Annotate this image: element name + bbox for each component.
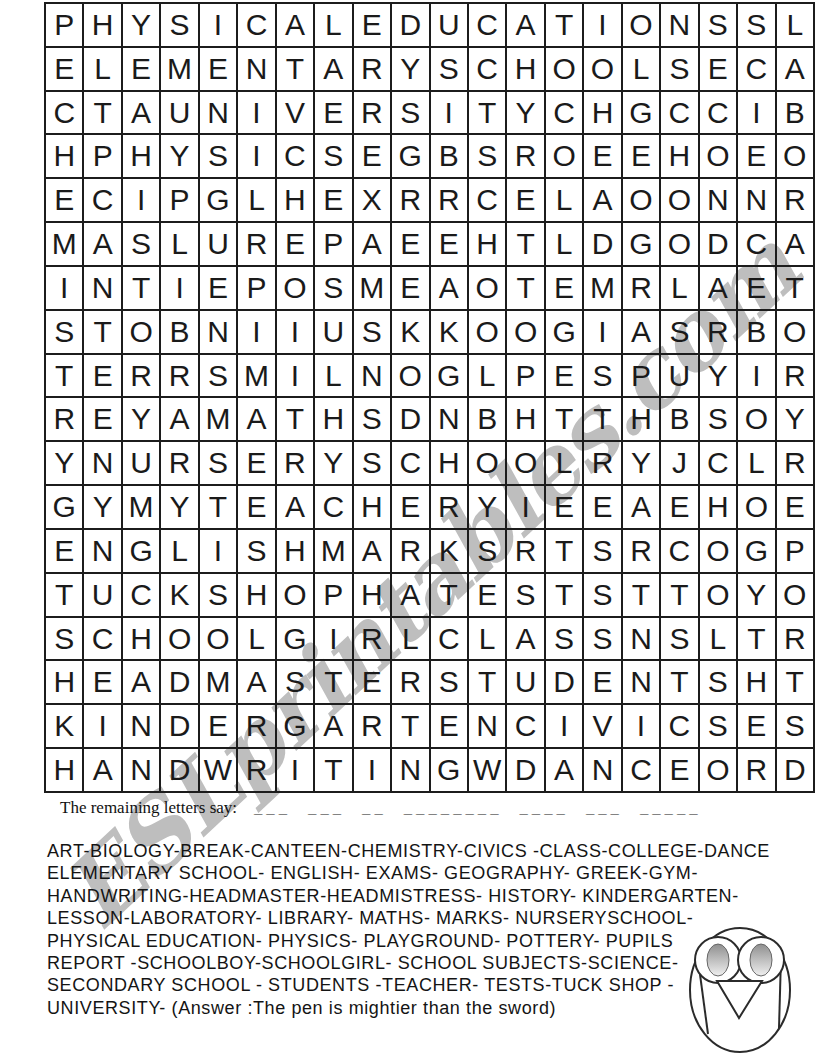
grid-cell: H: [622, 397, 660, 441]
grid-cell: T: [45, 354, 83, 398]
grid-cell: C: [430, 617, 468, 661]
grid-cell: L: [468, 354, 506, 398]
grid-cell: S: [276, 660, 314, 704]
word-list-line: LESSON-LABORATORY- LIBRARY- MATHS- MARKS…: [47, 907, 787, 929]
grid-cell: O: [737, 485, 775, 529]
grid-cell: T: [45, 573, 83, 617]
grid-cell: R: [160, 441, 198, 485]
grid-cell: S: [660, 310, 698, 354]
grid-cell: O: [776, 134, 814, 178]
grid-cell: S: [660, 617, 698, 661]
grid-cell: P: [314, 573, 352, 617]
grid-cell: K: [430, 310, 468, 354]
grid-cell: A: [506, 3, 544, 47]
grid-cell: T: [506, 222, 544, 266]
grid-cell: L: [160, 529, 198, 573]
grid-cell: G: [45, 485, 83, 529]
grid-cell: O: [391, 354, 429, 398]
grid-cell: T: [545, 573, 583, 617]
remaining-letters-line: The remaining letters say:______________…: [60, 798, 702, 818]
grid-cell: A: [353, 222, 391, 266]
grid-cell: I: [737, 354, 775, 398]
grid-cell: L: [622, 47, 660, 91]
grid-cell: J: [660, 441, 698, 485]
grid-cell: A: [776, 222, 814, 266]
grid-cell: N: [237, 47, 275, 91]
grid-cell: I: [276, 310, 314, 354]
grid-cell: S: [199, 441, 237, 485]
grid-cell: O: [699, 529, 737, 573]
grid-cell: I: [545, 704, 583, 748]
grid-cell: R: [430, 178, 468, 222]
owl-right-pupil: [750, 944, 772, 976]
grid-cell: O: [468, 266, 506, 310]
grid-cell: T: [276, 397, 314, 441]
grid-cell: T: [468, 91, 506, 135]
grid-cell: E: [199, 266, 237, 310]
grid-cell: B: [737, 310, 775, 354]
grid-cell: S: [199, 573, 237, 617]
grid-cell: L: [237, 617, 275, 661]
grid-cell: E: [430, 222, 468, 266]
grid-cell: T: [583, 397, 621, 441]
grid-cell: S: [353, 397, 391, 441]
grid-cell: R: [622, 266, 660, 310]
grid-cell: Y: [737, 573, 775, 617]
grid-cell: S: [353, 441, 391, 485]
grid-cell: E: [545, 266, 583, 310]
grid-cell: E: [83, 660, 121, 704]
grid-cell: E: [699, 47, 737, 91]
word-list-line: HANDWRITING-HEADMASTER-HEADMISTRESS- HIS…: [47, 885, 787, 907]
grid-cell: C: [314, 485, 352, 529]
grid-cell: R: [45, 397, 83, 441]
grid-cell: E: [353, 134, 391, 178]
grid-cell: C: [83, 178, 121, 222]
grid-cell: V: [583, 704, 621, 748]
grid-cell: T: [276, 47, 314, 91]
grid-cell: U: [160, 91, 198, 135]
grid-cell: D: [506, 748, 544, 792]
grid-cell: U: [122, 441, 160, 485]
grid-cell: I: [506, 485, 544, 529]
grid-cell: D: [160, 748, 198, 792]
grid-cell: N: [660, 3, 698, 47]
grid-cell: E: [276, 222, 314, 266]
grid-cell: O: [468, 441, 506, 485]
grid-cell: I: [199, 529, 237, 573]
grid-cell: D: [391, 397, 429, 441]
grid-cell: H: [276, 529, 314, 573]
grid-cell: E: [583, 660, 621, 704]
grid-cell: E: [237, 441, 275, 485]
grid-cell: R: [583, 441, 621, 485]
owl-logo: [684, 922, 796, 1058]
grid-cell: G: [276, 617, 314, 661]
word-list-line: PHYSICAL EDUCATION- PHYSICS- PLAYGROUND-…: [47, 930, 787, 952]
grid-cell: T: [545, 3, 583, 47]
grid-cell: T: [622, 573, 660, 617]
grid-cell: G: [276, 704, 314, 748]
grid-cell: N: [83, 441, 121, 485]
grid-cell: A: [276, 485, 314, 529]
grid-cell: L: [545, 222, 583, 266]
grid-cell: Y: [391, 47, 429, 91]
grid-cell: R: [391, 178, 429, 222]
grid-cell: E: [583, 134, 621, 178]
grid-cell: U: [506, 660, 544, 704]
grid-cell: O: [660, 222, 698, 266]
word-list-line: ELEMENTARY SCHOOL- ENGLISH- EXAMS- GEOGR…: [47, 862, 787, 884]
grid-cell: L: [314, 3, 352, 47]
grid-cell: C: [468, 47, 506, 91]
grid-cell: L: [468, 617, 506, 661]
grid-cell: E: [430, 704, 468, 748]
grid-cell: S: [391, 91, 429, 135]
grid-cell: M: [160, 47, 198, 91]
grid-cell: Y: [314, 441, 352, 485]
grid-cell: R: [776, 441, 814, 485]
grid-cell: E: [776, 485, 814, 529]
grid-cell: S: [199, 354, 237, 398]
grid-cell: H: [122, 134, 160, 178]
grid-cell: C: [699, 91, 737, 135]
grid-cell: C: [237, 3, 275, 47]
grid-cell: Y: [699, 354, 737, 398]
grid-cell: H: [430, 441, 468, 485]
grid-cell: D: [583, 222, 621, 266]
grid-cell: W: [468, 748, 506, 792]
grid-cell: A: [122, 91, 160, 135]
grid-cell: I: [199, 3, 237, 47]
grid-cell: C: [391, 441, 429, 485]
grid-cell: E: [353, 660, 391, 704]
grid-cell: H: [276, 178, 314, 222]
grid-cell: O: [699, 573, 737, 617]
grid-cell: A: [83, 222, 121, 266]
grid-cell: R: [122, 354, 160, 398]
grid-cell: N: [391, 748, 429, 792]
grid-cell: O: [737, 397, 775, 441]
grid-cell: H: [583, 91, 621, 135]
grid-cell: A: [314, 704, 352, 748]
grid-cell: A: [353, 529, 391, 573]
grid-cell: O: [622, 178, 660, 222]
grid-cell: N: [737, 178, 775, 222]
grid-cell: A: [622, 485, 660, 529]
grid-cell: A: [314, 47, 352, 91]
grid-cell: O: [776, 310, 814, 354]
grid-cell: C: [45, 91, 83, 135]
grid-cell: B: [660, 397, 698, 441]
grid-cell: S: [660, 47, 698, 91]
grid-cell: E: [660, 748, 698, 792]
grid-cell: Y: [160, 485, 198, 529]
grid-cell: O: [699, 134, 737, 178]
grid-cell: T: [545, 529, 583, 573]
grid-cell: L: [776, 3, 814, 47]
grid-cell: H: [506, 397, 544, 441]
grid-cell: R: [353, 617, 391, 661]
grid-cell: G: [391, 134, 429, 178]
grid-cell: S: [737, 3, 775, 47]
grid-cell: S: [314, 134, 352, 178]
grid-cell: K: [160, 573, 198, 617]
grid-cell: E: [622, 134, 660, 178]
grid-cell: R: [237, 748, 275, 792]
word-list-line: UNIVERSITY- (Answer :The pen is mightier…: [47, 997, 787, 1019]
grid-cell: N: [468, 704, 506, 748]
grid-cell: I: [237, 310, 275, 354]
grid-cell: I: [430, 91, 468, 135]
grid-cell: I: [583, 3, 621, 47]
word-search-grid: PHYSICALEDUCATIONSSLELEMENTARYSCHOOLSECA…: [44, 2, 815, 793]
grid-cell: U: [660, 354, 698, 398]
grid-cell: I: [276, 354, 314, 398]
grid-cell: T: [776, 660, 814, 704]
grid-cell: E: [391, 266, 429, 310]
grid-cell: P: [622, 354, 660, 398]
grid-cell: R: [237, 704, 275, 748]
grid-cell: D: [160, 660, 198, 704]
grid-cell: O: [506, 310, 544, 354]
grid-cell: S: [237, 529, 275, 573]
grid-cell: I: [122, 178, 160, 222]
grid-cell: L: [699, 617, 737, 661]
grid-cell: M: [314, 529, 352, 573]
grid-cell: V: [276, 91, 314, 135]
grid-cell: G: [622, 222, 660, 266]
grid-cell: A: [83, 748, 121, 792]
grid-cell: S: [583, 617, 621, 661]
grid-cell: O: [776, 573, 814, 617]
grid-cell: L: [160, 222, 198, 266]
grid-cell: O: [276, 573, 314, 617]
grid-cell: N: [430, 397, 468, 441]
grid-cell: H: [45, 748, 83, 792]
grid-cell: T: [391, 704, 429, 748]
remaining-letters-label: The remaining letters say:: [60, 798, 237, 817]
grid-cell: E: [83, 397, 121, 441]
grid-cell: R: [237, 222, 275, 266]
grid-cell: E: [737, 266, 775, 310]
grid-cell: K: [391, 310, 429, 354]
grid-cell: N: [83, 266, 121, 310]
grid-cell: N: [583, 748, 621, 792]
grid-cell: L: [237, 178, 275, 222]
grid-cell: L: [391, 617, 429, 661]
grid-cell: E: [737, 704, 775, 748]
grid-cell: T: [506, 266, 544, 310]
grid-cell: M: [237, 354, 275, 398]
grid-cell: P: [506, 354, 544, 398]
grid-cell: M: [353, 266, 391, 310]
grid-cell: D: [391, 3, 429, 47]
grid-cell: E: [314, 91, 352, 135]
word-list-line: ART-BIOLOGY-BREAK-CANTEEN-CHEMISTRY-CIVI…: [47, 840, 787, 862]
grid-cell: I: [583, 310, 621, 354]
grid-cell: C: [737, 222, 775, 266]
grid-cell: K: [45, 704, 83, 748]
grid-cell: I: [83, 704, 121, 748]
grid-cell: Y: [506, 91, 544, 135]
grid-cell: B: [430, 134, 468, 178]
grid-cell: P: [83, 134, 121, 178]
grid-cell: S: [583, 529, 621, 573]
grid-cell: A: [276, 3, 314, 47]
grid-cell: E: [237, 485, 275, 529]
grid-cell: Y: [160, 134, 198, 178]
grid-cell: O: [622, 3, 660, 47]
answer-blank-group: __: [362, 799, 387, 816]
grid-cell: T: [122, 266, 160, 310]
grid-cell: L: [83, 47, 121, 91]
grid-cell: C: [660, 529, 698, 573]
grid-cell: R: [353, 47, 391, 91]
grid-cell: U: [199, 222, 237, 266]
grid-cell: G: [737, 529, 775, 573]
grid-cell: S: [468, 134, 506, 178]
grid-cell: S: [122, 222, 160, 266]
grid-cell: C: [699, 441, 737, 485]
grid-cell: M: [583, 266, 621, 310]
grid-cell: E: [583, 485, 621, 529]
grid-cell: E: [737, 134, 775, 178]
grid-cell: S: [506, 573, 544, 617]
grid-cell: E: [199, 47, 237, 91]
grid-cell: O: [122, 310, 160, 354]
grid-cell: R: [737, 748, 775, 792]
grid-cell: I: [276, 748, 314, 792]
grid-cell: M: [45, 222, 83, 266]
grid-cell: E: [545, 354, 583, 398]
grid-cell: U: [314, 310, 352, 354]
grid-cell: D: [776, 748, 814, 792]
grid-cell: E: [353, 3, 391, 47]
answer-blank-group: ________: [404, 799, 503, 816]
grid-cell: Y: [622, 441, 660, 485]
grid-cell: Y: [45, 441, 83, 485]
grid-cell: S: [699, 3, 737, 47]
grid-cell: N: [83, 529, 121, 573]
grid-cell: C: [660, 704, 698, 748]
grid-cell: D: [160, 704, 198, 748]
grid-cell: N: [199, 91, 237, 135]
grid-cell: H: [660, 134, 698, 178]
grid-cell: A: [430, 266, 468, 310]
grid-cell: E: [45, 178, 83, 222]
grid-cell: C: [122, 573, 160, 617]
grid-cell: R: [699, 310, 737, 354]
grid-cell: B: [160, 310, 198, 354]
grid-cell: N: [122, 748, 160, 792]
grid-cell: O: [545, 47, 583, 91]
grid-cell: A: [160, 397, 198, 441]
grid-cell: Y: [122, 397, 160, 441]
grid-cell: S: [699, 704, 737, 748]
grid-cell: H: [699, 485, 737, 529]
grid-cell: S: [199, 134, 237, 178]
grid-cell: T: [83, 91, 121, 135]
answer-blank-group: ___: [308, 799, 345, 816]
grid-cell: P: [237, 266, 275, 310]
grid-cell: P: [776, 529, 814, 573]
grid-cell: R: [776, 617, 814, 661]
grid-cell: O: [160, 617, 198, 661]
grid-cell: C: [468, 3, 506, 47]
grid-cell: A: [391, 573, 429, 617]
grid-cell: O: [276, 266, 314, 310]
grid-cell: E: [45, 529, 83, 573]
grid-cell: E: [122, 47, 160, 91]
grid-cell: C: [545, 91, 583, 135]
grid-cell: A: [237, 397, 275, 441]
grid-cell: L: [314, 354, 352, 398]
grid-cell: O: [660, 178, 698, 222]
grid-cell: U: [430, 3, 468, 47]
grid-cell: S: [45, 617, 83, 661]
answer-blank-group: ___: [254, 799, 291, 816]
grid-cell: C: [506, 704, 544, 748]
grid-cell: K: [430, 529, 468, 573]
grid-cell: C: [83, 617, 121, 661]
grid-cell: S: [468, 529, 506, 573]
grid-cell: A: [506, 617, 544, 661]
grid-cell: E: [83, 354, 121, 398]
grid-cell: R: [430, 485, 468, 529]
grid-cell: C: [468, 178, 506, 222]
grid-cell: H: [122, 617, 160, 661]
grid-cell: H: [237, 573, 275, 617]
grid-cell: G: [545, 310, 583, 354]
worksheet-page: ESLprintables.com PHYSICALEDUCATIONSSLEL…: [0, 0, 821, 1062]
grid-cell: T: [314, 748, 352, 792]
grid-cell: T: [430, 573, 468, 617]
grid-cell: I: [45, 266, 83, 310]
grid-cell: L: [545, 441, 583, 485]
grid-cell: H: [314, 397, 352, 441]
grid-cell: G: [122, 529, 160, 573]
grid-cell: A: [622, 310, 660, 354]
grid-cell: E: [468, 573, 506, 617]
grid-cell: E: [506, 178, 544, 222]
grid-cell: A: [237, 660, 275, 704]
grid-cell: T: [545, 397, 583, 441]
grid-cell: B: [776, 91, 814, 135]
grid-cell: G: [430, 354, 468, 398]
grid-cell: A: [545, 748, 583, 792]
grid-cell: I: [353, 748, 391, 792]
grid-cell: E: [314, 178, 352, 222]
grid-cell: S: [583, 354, 621, 398]
answer-blank-group: _____: [640, 799, 702, 816]
grid-cell: N: [622, 617, 660, 661]
grid-cell: C: [737, 47, 775, 91]
grid-cell: Y: [776, 397, 814, 441]
grid-cell: I: [160, 266, 198, 310]
grid-cell: S: [430, 660, 468, 704]
grid-cell: N: [199, 310, 237, 354]
word-list-line: SECONDARY SCHOOL - STUDENTS -TEACHER- TE…: [47, 974, 787, 996]
grid-cell: E: [391, 485, 429, 529]
grid-cell: I: [622, 704, 660, 748]
grid-cell: S: [776, 704, 814, 748]
grid-cell: R: [506, 529, 544, 573]
grid-cell: S: [160, 3, 198, 47]
grid-cell: S: [45, 310, 83, 354]
grid-cell: S: [430, 47, 468, 91]
grid-cell: E: [391, 222, 429, 266]
